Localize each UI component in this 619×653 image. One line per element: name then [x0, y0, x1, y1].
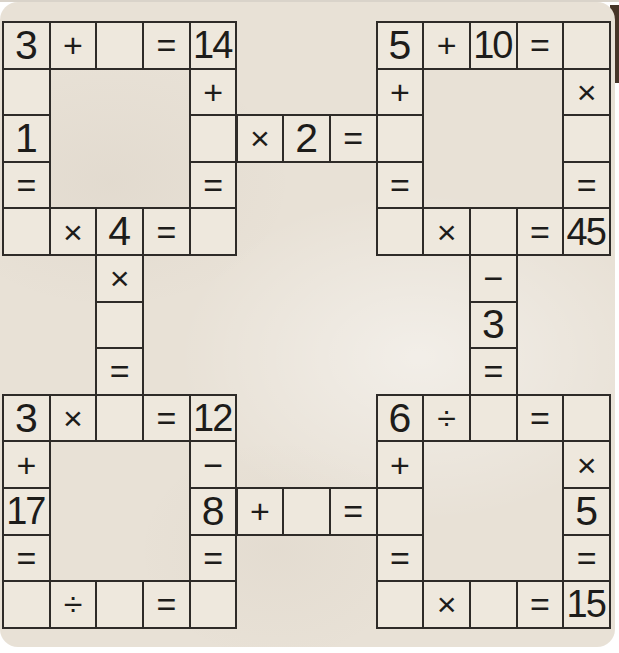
- cell-r5c1-blank[interactable]: [2, 207, 51, 256]
- cell-r4c13: =: [562, 161, 611, 210]
- cell-r9c13-blank[interactable]: [562, 394, 611, 443]
- cell-r3c1: 1: [2, 114, 51, 163]
- cell-r3c5-blank[interactable]: [189, 114, 238, 163]
- cell-r12c5: =: [189, 534, 238, 583]
- cell-r9c9: 6: [376, 394, 425, 443]
- cell-r1c4: =: [142, 21, 191, 70]
- cell-r10c13: ×: [562, 440, 611, 489]
- cell-r2c5: +: [189, 68, 238, 117]
- cell-r13c5-blank[interactable]: [189, 580, 238, 629]
- cell-r2c9: +: [376, 68, 425, 117]
- cell-r1c13-blank[interactable]: [562, 21, 611, 70]
- cell-r5c4: =: [142, 207, 191, 256]
- cell-r4c5: =: [189, 161, 238, 210]
- cell-r1c10: +: [422, 21, 471, 70]
- cell-r3c9-blank[interactable]: [376, 114, 425, 163]
- cell-r9c3-blank[interactable]: [95, 394, 144, 443]
- cell-r1c11: 10: [469, 21, 518, 70]
- cell-r9c2: ×: [49, 394, 98, 443]
- cell-r9c5: 12: [189, 394, 238, 443]
- cell-r4c9: =: [376, 161, 425, 210]
- cell-r8c11: =: [469, 347, 518, 396]
- cell-r3c6: ×: [236, 114, 285, 163]
- cell-r3c7: 2: [282, 114, 331, 163]
- cell-r9c10: ÷: [422, 394, 471, 443]
- cell-r10c9: +: [376, 440, 425, 489]
- cell-r13c9-blank[interactable]: [376, 580, 425, 629]
- cell-r8c3: =: [95, 347, 144, 396]
- cell-r7c11: 3: [469, 301, 518, 350]
- cell-r11c5: 8: [189, 487, 238, 536]
- cell-r11c6: +: [236, 487, 285, 536]
- cell-r5c5-blank[interactable]: [189, 207, 238, 256]
- cell-r13c3-blank[interactable]: [95, 580, 144, 629]
- cell-r5c3: 4: [95, 207, 144, 256]
- cell-r13c13: 15: [562, 580, 611, 629]
- cell-r5c10: ×: [422, 207, 471, 256]
- cell-r5c2: ×: [49, 207, 98, 256]
- cell-r9c4: =: [142, 394, 191, 443]
- cell-r9c1: 3: [2, 394, 51, 443]
- cell-r13c10: ×: [422, 580, 471, 629]
- cell-r10c5: −: [189, 440, 238, 489]
- cell-r3c8: =: [329, 114, 378, 163]
- cell-r13c11-blank[interactable]: [469, 580, 518, 629]
- cell-r1c12: =: [516, 21, 565, 70]
- cell-r11c8: =: [329, 487, 378, 536]
- cell-r2c1-blank[interactable]: [2, 68, 51, 117]
- cell-r9c12: =: [516, 394, 565, 443]
- cell-r5c9-blank[interactable]: [376, 207, 425, 256]
- cell-r1c5: 14: [189, 21, 238, 70]
- puzzle-grid: 3+=145+10=++×1×2=====×4=×=45×−3==3×=126÷…: [3, 22, 611, 628]
- cell-r10c1: +: [2, 440, 51, 489]
- cell-r13c1-blank[interactable]: [2, 580, 51, 629]
- cell-r12c13: =: [562, 534, 611, 583]
- cell-r13c2: ÷: [49, 580, 98, 629]
- cell-r11c1: 17: [2, 487, 51, 536]
- cell-r13c4: =: [142, 580, 191, 629]
- cell-r6c3: ×: [95, 254, 144, 303]
- cell-r2c13: ×: [562, 68, 611, 117]
- cell-r11c13: 5: [562, 487, 611, 536]
- screenshot-frame: 3+=145+10=++×1×2=====×4=×=45×−3==3×=126÷…: [0, 0, 619, 653]
- cell-r3c13-blank[interactable]: [562, 114, 611, 163]
- cell-r11c7-blank[interactable]: [282, 487, 331, 536]
- cell-r9c11-blank[interactable]: [469, 394, 518, 443]
- cell-r11c9-blank[interactable]: [376, 487, 425, 536]
- cell-r1c2: +: [49, 21, 98, 70]
- cell-r5c13: 45: [562, 207, 611, 256]
- cell-r1c9: 5: [376, 21, 425, 70]
- cell-r12c9: =: [376, 534, 425, 583]
- cell-r12c1: =: [2, 534, 51, 583]
- cell-r7c3-blank[interactable]: [95, 301, 144, 350]
- cell-r6c11: −: [469, 254, 518, 303]
- cell-r1c1: 3: [2, 21, 51, 70]
- cell-r4c1: =: [2, 161, 51, 210]
- cell-r5c12: =: [516, 207, 565, 256]
- cell-r1c3-blank[interactable]: [95, 21, 144, 70]
- cell-r13c12: =: [516, 580, 565, 629]
- cell-r5c11-blank[interactable]: [469, 207, 518, 256]
